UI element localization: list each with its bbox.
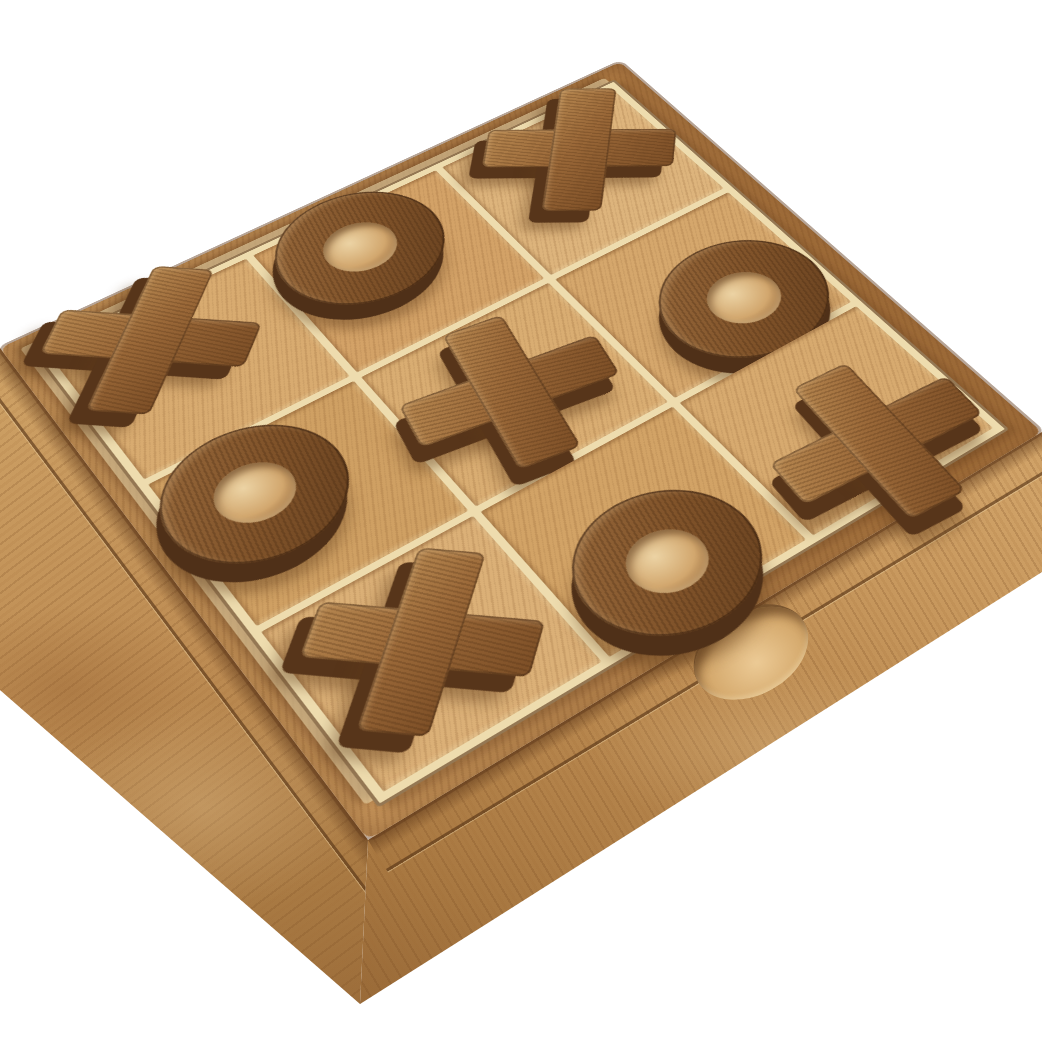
- piece-x-r0c0: [11, 260, 285, 422]
- x-piece-top: [11, 260, 285, 422]
- piece-x-r0c2: [471, 87, 682, 213]
- x-piece-top: [471, 87, 682, 213]
- piece-x-r2c0: [272, 538, 566, 746]
